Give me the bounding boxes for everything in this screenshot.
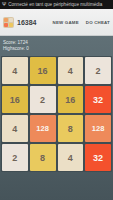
usb-icon: Ψ: [2, 2, 6, 7]
tile-r4c2-value-8: 8: [30, 144, 56, 171]
tile-r4c3-value-4: 4: [58, 144, 84, 171]
status-notification-text: Connecté en tant que périphérique multim…: [8, 2, 102, 7]
tile-r1c1-value-4: 4: [2, 57, 28, 84]
status-bar[interactable]: Ψ Connecté en tant que périphérique mult…: [0, 0, 113, 9]
tile-r3c1-value-4: 4: [2, 115, 28, 142]
score-value: 1724: [18, 40, 28, 45]
tile-r1c3-value-4: 4: [58, 57, 84, 84]
game-board[interactable]: 4164216216324128812828432: [1, 56, 112, 172]
tile-r3c3-value-8: 8: [58, 115, 84, 142]
tile-r2c3-value-16: 16: [58, 86, 84, 113]
tile-r4c4-value-32: 32: [85, 144, 111, 171]
tile-r4c1-value-2: 2: [2, 144, 28, 171]
new-game-button[interactable]: NEW GAME: [53, 20, 79, 25]
tile-r3c4-value-128: 128: [85, 115, 111, 142]
app-icon: [3, 17, 14, 28]
action-menu: NEW GAME DO CHEAT: [53, 20, 110, 25]
tile-r2c4-value-32: 32: [85, 86, 111, 113]
scoreboard: Score: 1724 Highscore: 0: [3, 40, 29, 51]
app-bar: 16384 NEW GAME DO CHEAT: [0, 9, 113, 36]
tile-r2c2-value-2: 2: [30, 86, 56, 113]
highscore-line: Highscore: 0: [3, 46, 29, 52]
tile-r3c2-value-128: 128: [30, 115, 56, 142]
game-area: Score: 1724 Highscore: 0 416421621632412…: [0, 36, 113, 200]
tile-r1c4-value-2: 2: [85, 57, 111, 84]
tile-r1c2-value-16: 16: [30, 57, 56, 84]
highscore-value: 0: [26, 46, 29, 51]
app-title: 16384: [17, 19, 53, 26]
do-cheat-button[interactable]: DO CHEAT: [86, 20, 110, 25]
tile-r2c1-value-16: 16: [2, 86, 28, 113]
